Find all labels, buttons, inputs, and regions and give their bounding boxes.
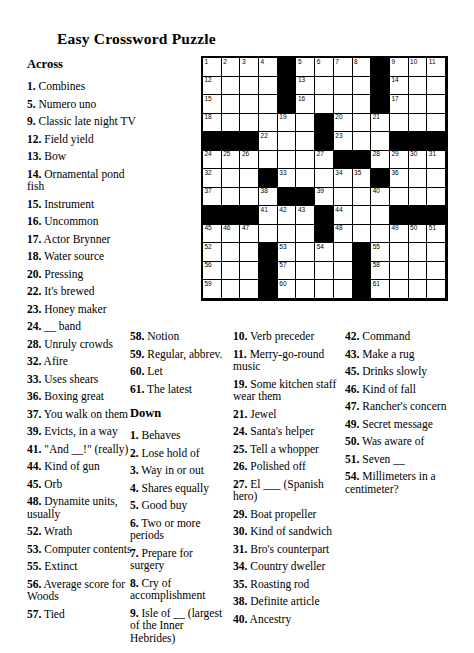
down-clues-list-2: 10. Verb preceder11. Merry-go-round musi… (233, 330, 341, 630)
clue-down-42: 42. Command (345, 330, 451, 343)
cell-r2c12[interactable] (409, 77, 428, 96)
cell-r6c1[interactable]: 24 (203, 151, 222, 170)
cell-r13c2[interactable] (222, 280, 241, 299)
cell-r6c4[interactable] (259, 151, 278, 170)
cell-r13c7[interactable] (315, 280, 334, 299)
cell-number: 58 (373, 262, 380, 269)
cell-r7c9[interactable]: 35 (353, 169, 372, 188)
cell-r3c7[interactable] (315, 95, 334, 114)
across-header: Across (27, 57, 137, 72)
cell-r2c7[interactable] (315, 77, 334, 96)
cell-r4c3[interactable] (240, 114, 259, 133)
cell-r8c13[interactable] (427, 188, 446, 207)
cell-r3c1[interactable]: 15 (203, 95, 222, 114)
cell-r12c9 (353, 262, 372, 281)
cell-number: 46 (223, 225, 230, 232)
cell-r1c4[interactable]: 4 (259, 58, 278, 77)
cell-r2c2[interactable] (222, 77, 241, 96)
cell-r4c7 (315, 114, 334, 133)
cell-r4c11[interactable] (390, 114, 409, 133)
cell-r13c6[interactable] (296, 280, 315, 299)
clue-across-9: 9. Classic late night TV (27, 115, 137, 128)
clue-down-26: 26. Polished off (233, 460, 341, 473)
cell-r9c4[interactable]: 41 (259, 206, 278, 225)
clue-across-59: 59. Regular, abbrev. (130, 348, 227, 361)
cell-r6c10[interactable]: 28 (371, 151, 390, 170)
clue-down-50: 50. Was aware of (345, 435, 451, 448)
cell-r9c1 (203, 206, 222, 225)
cell-r6c7[interactable]: 27 (315, 151, 334, 170)
cell-r4c8[interactable]: 20 (334, 114, 353, 133)
cell-r2c8[interactable] (334, 77, 353, 96)
cell-r12c4 (259, 262, 278, 281)
cell-number: 40 (373, 188, 380, 195)
cell-r5c4[interactable]: 22 (259, 132, 278, 151)
cell-number: 57 (279, 262, 286, 269)
cell-r3c3[interactable] (240, 95, 259, 114)
cell-number: 39 (317, 188, 324, 195)
cell-r3c12[interactable] (409, 95, 428, 114)
cell-r12c12[interactable] (409, 262, 428, 281)
cell-r4c13[interactable] (427, 114, 446, 133)
cell-r2c5 (278, 77, 297, 96)
cell-r10c8[interactable]: 48 (334, 225, 353, 244)
cell-number: 32 (205, 170, 212, 177)
cell-number: 44 (335, 207, 342, 214)
cell-r12c3[interactable] (240, 262, 259, 281)
cell-r11c12[interactable] (409, 243, 428, 262)
cell-r11c1[interactable]: 52 (203, 243, 222, 262)
cell-r9c12 (409, 206, 428, 225)
cell-number: 20 (335, 114, 342, 121)
cell-r1c10 (371, 58, 390, 77)
cell-number: 42 (279, 207, 286, 214)
cell-number: 1 (205, 59, 209, 66)
cell-number: 6 (317, 59, 321, 66)
cell-r6c2[interactable]: 25 (222, 151, 241, 170)
clue-across-61: 61. The latest (130, 383, 227, 396)
cell-r5c2 (222, 132, 241, 151)
cell-r2c6[interactable]: 13 (296, 77, 315, 96)
clue-down-2: 2. Lose hold of (130, 447, 227, 460)
cell-r4c4[interactable] (259, 114, 278, 133)
cell-r3c10 (371, 95, 390, 114)
clue-down-21: 21. Jewel (233, 408, 341, 421)
clue-across-57: 57. Tied (27, 608, 137, 621)
clue-across-58: 58. Notion (130, 330, 227, 343)
cell-number: 28 (373, 151, 380, 158)
cell-r8c7[interactable]: 39 (315, 188, 334, 207)
clue-down-6: 6. Two or more periods (130, 517, 227, 542)
cell-r9c8[interactable]: 44 (334, 206, 353, 225)
cell-r3c2[interactable] (222, 95, 241, 114)
cell-r10c12[interactable]: 50 (409, 225, 428, 244)
clue-across-41: 41. "And __!" (really) (27, 443, 137, 456)
cell-r12c1[interactable]: 56 (203, 262, 222, 281)
cell-number: 37 (205, 188, 212, 195)
clue-across-23: 23. Honey maker (27, 303, 137, 316)
clue-across-56: 56. Average score for Woods (27, 578, 137, 603)
cell-number: 22 (261, 133, 268, 140)
page-title: Easy Crossword Puzzle (57, 30, 216, 48)
cell-number: 4 (261, 59, 265, 66)
cell-r5c7 (315, 132, 334, 151)
across-clues-column: Across 1. Combines5. Numero uno9. Classi… (27, 57, 137, 625)
cell-r12c5[interactable]: 57 (278, 262, 297, 281)
clue-down-51: 51. Seven __ (345, 453, 451, 466)
cell-number: 7 (335, 59, 339, 66)
cell-r7c10 (371, 169, 390, 188)
cell-r6c12[interactable]: 30 (409, 151, 428, 170)
cell-r11c7[interactable]: 54 (315, 243, 334, 262)
cell-r13c8[interactable] (334, 280, 353, 299)
cell-r2c10 (371, 77, 390, 96)
cell-number: 61 (373, 281, 380, 288)
cell-r11c4 (259, 243, 278, 262)
cell-r8c1[interactable]: 37 (203, 188, 222, 207)
cell-r1c5 (278, 58, 297, 77)
cell-number: 16 (298, 96, 305, 103)
cell-r8c6 (296, 188, 315, 207)
cell-r4c12[interactable] (409, 114, 428, 133)
cell-r11c2[interactable] (222, 243, 241, 262)
clue-across-60: 60. Let (130, 365, 227, 378)
cell-r9c6[interactable]: 43 (296, 206, 315, 225)
clue-down-29: 29. Boat propeller (233, 508, 341, 521)
cell-r9c11 (390, 206, 409, 225)
cell-number: 53 (279, 244, 286, 251)
cell-r1c9[interactable]: 8 (353, 58, 372, 77)
cell-r7c13[interactable] (427, 169, 446, 188)
cell-number: 25 (223, 151, 230, 158)
cell-number: 17 (391, 96, 398, 103)
cell-r13c12[interactable] (409, 280, 428, 299)
clue-down-49: 49. Secret message (345, 418, 451, 431)
cell-number: 23 (335, 133, 342, 140)
cell-r11c11[interactable] (390, 243, 409, 262)
clue-across-37: 37. You walk on them (27, 408, 137, 421)
cell-r8c3[interactable] (240, 188, 259, 207)
cell-r10c4[interactable] (259, 225, 278, 244)
cell-r2c13[interactable] (427, 77, 446, 96)
clue-across-22: 22. It's brewed (27, 285, 137, 298)
crossword-grid: 1234567891011121314151617181920212223242… (201, 56, 448, 301)
cell-r3c11[interactable]: 17 (390, 95, 409, 114)
cell-r13c13[interactable] (427, 280, 446, 299)
cell-number: 21 (373, 114, 380, 121)
cell-r1c11[interactable]: 9 (390, 58, 409, 77)
cell-r3c4[interactable] (259, 95, 278, 114)
cell-r5c10[interactable] (371, 132, 390, 151)
clue-across-12: 12. Field yield (27, 133, 137, 146)
cell-r13c11[interactable] (390, 280, 409, 299)
cell-r12c2[interactable] (222, 262, 241, 281)
cell-r5c6[interactable] (296, 132, 315, 151)
cell-r9c3 (240, 206, 259, 225)
cell-r13c1[interactable]: 59 (203, 280, 222, 299)
cell-number: 13 (298, 77, 305, 84)
cell-r13c4 (259, 280, 278, 299)
cell-r1c3[interactable]: 3 (240, 58, 259, 77)
clue-down-46: 46. Kind of fall (345, 383, 451, 396)
cell-r3c13[interactable] (427, 95, 446, 114)
clue-down-45: 45. Drinks slowly (345, 365, 451, 378)
cell-r7c3[interactable] (240, 169, 259, 188)
cell-r7c2[interactable] (222, 169, 241, 188)
cell-r1c1[interactable]: 1 (203, 58, 222, 77)
cell-number: 33 (279, 170, 286, 177)
cell-r12c13[interactable] (427, 262, 446, 281)
clue-down-54: 54. Millimeters in a centimeter? (345, 470, 451, 495)
cell-number: 14 (391, 77, 398, 84)
cell-r4c2[interactable] (222, 114, 241, 133)
clue-down-34: 34. Country dweller (233, 560, 341, 573)
cell-r3c8[interactable] (334, 95, 353, 114)
cell-number: 47 (242, 225, 249, 232)
cell-r7c6[interactable] (296, 169, 315, 188)
cell-r13c9 (353, 280, 372, 299)
cell-r10c2[interactable]: 46 (222, 225, 241, 244)
cell-r7c8[interactable]: 34 (334, 169, 353, 188)
cell-number: 52 (205, 244, 212, 251)
cell-r4c6[interactable] (296, 114, 315, 133)
cell-r5c11 (390, 132, 409, 151)
cell-r10c7 (315, 225, 334, 244)
cell-r4c9[interactable] (353, 114, 372, 133)
clue-down-4: 4. Shares equally (130, 482, 227, 495)
cell-r12c10[interactable]: 58 (371, 262, 390, 281)
cell-r10c5[interactable] (278, 225, 297, 244)
clue-across-13: 13. Bow (27, 150, 137, 163)
cell-number: 54 (317, 244, 324, 251)
cell-r8c4[interactable]: 38 (259, 188, 278, 207)
cell-r2c4[interactable] (259, 77, 278, 96)
cell-r3c5 (278, 95, 297, 114)
clue-across-48: 48. Dynamite units, usually (27, 495, 137, 520)
clue-down-7: 7. Prepare for surgery (130, 547, 227, 572)
cell-r11c10[interactable]: 55 (371, 243, 390, 262)
clue-down-35: 35. Roasting rod (233, 578, 341, 591)
cell-r13c5[interactable]: 60 (278, 280, 297, 299)
cell-number: 19 (279, 114, 286, 121)
cell-r11c9 (353, 243, 372, 262)
clue-down-9: 9. Isle of __ (largest of the Inner Hebr… (130, 607, 227, 645)
cell-r11c5[interactable]: 53 (278, 243, 297, 262)
cell-r9c10[interactable] (371, 206, 390, 225)
cell-number: 10 (410, 59, 417, 66)
cell-r6c8 (334, 151, 353, 170)
cell-r12c6[interactable] (296, 262, 315, 281)
cell-r10c11[interactable]: 49 (390, 225, 409, 244)
clue-down-40: 40. Ancestry (233, 613, 341, 626)
cell-r4c1[interactable]: 18 (203, 114, 222, 133)
cell-number: 12 (205, 77, 212, 84)
cell-r5c5[interactable] (278, 132, 297, 151)
cell-number: 29 (391, 151, 398, 158)
clue-across-44: 44. Kind of gun (27, 460, 137, 473)
cell-number: 48 (335, 225, 342, 232)
cell-r10c3[interactable]: 47 (240, 225, 259, 244)
cell-r8c2[interactable] (222, 188, 241, 207)
cell-r8c9[interactable] (353, 188, 372, 207)
cell-number: 5 (298, 59, 302, 66)
cell-number: 8 (354, 59, 358, 66)
clue-across-1: 1. Combines (27, 80, 137, 93)
clue-down-24: 24. Santa's helper (233, 425, 341, 438)
cell-number: 59 (205, 281, 212, 288)
cell-r5c8[interactable]: 23 (334, 132, 353, 151)
cell-r8c10[interactable]: 40 (371, 188, 390, 207)
cell-r7c4 (259, 169, 278, 188)
cell-number: 11 (429, 59, 436, 66)
cell-r1c13[interactable]: 11 (427, 58, 446, 77)
cell-number: 26 (242, 151, 249, 158)
across-clues-list: 1. Combines5. Numero uno9. Classic late … (27, 80, 137, 620)
cell-r9c2 (222, 206, 241, 225)
cell-r12c11[interactable] (390, 262, 409, 281)
cell-r2c11[interactable]: 14 (390, 77, 409, 96)
cell-number: 56 (205, 262, 212, 269)
cell-r8c12[interactable] (409, 188, 428, 207)
cell-r2c9[interactable] (353, 77, 372, 96)
cell-number: 60 (279, 281, 286, 288)
cell-r7c7[interactable] (315, 169, 334, 188)
clue-across-28: 28. Unruly crowds (27, 338, 137, 351)
cell-r7c5[interactable]: 33 (278, 169, 297, 188)
cell-number: 3 (242, 59, 246, 66)
cell-r3c9[interactable] (353, 95, 372, 114)
clue-down-47: 47. Rancher's concern (345, 400, 451, 413)
clue-down-8: 8. Cry of accomplishment (130, 577, 227, 602)
cell-r10c1[interactable]: 45 (203, 225, 222, 244)
clue-down-3: 3. Way in or out (130, 464, 227, 477)
crossword-page: Easy Crossword Puzzle 123456789101112131… (0, 0, 474, 653)
cell-r11c3[interactable] (240, 243, 259, 262)
clue-down-30: 30. Kind of sandwich (233, 525, 341, 538)
clue-down-27: 27. El ___ (Spanish hero) (233, 478, 341, 503)
clue-across-20: 20. Pressing (27, 268, 137, 281)
clue-down-19: 19. Some kitchen staff wear them (233, 378, 341, 403)
clue-across-36: 36. Boxing great (27, 390, 137, 403)
cell-r5c12 (409, 132, 428, 151)
clue-across-53: 53. Computer contents (27, 543, 137, 556)
across-clues-list-continued: 58. Notion59. Regular, abbrev.60. Let61.… (130, 330, 227, 395)
cell-number: 30 (410, 151, 417, 158)
cell-r9c7 (315, 206, 334, 225)
cell-r6c5[interactable] (278, 151, 297, 170)
cell-number: 51 (429, 225, 436, 232)
cell-r13c3[interactable] (240, 280, 259, 299)
cell-r5c13 (427, 132, 446, 151)
clue-across-32: 32. Afire (27, 355, 137, 368)
cell-r12c8[interactable] (334, 262, 353, 281)
cell-r6c3[interactable]: 26 (240, 151, 259, 170)
cell-r8c8[interactable] (334, 188, 353, 207)
cell-number: 55 (373, 244, 380, 251)
clue-across-55: 55. Extinct (27, 560, 137, 573)
cell-r11c6[interactable] (296, 243, 315, 262)
cell-r6c6[interactable] (296, 151, 315, 170)
cell-number: 24 (205, 151, 212, 158)
across-continued-and-down-column: 58. Notion59. Regular, abbrev.60. Let61.… (130, 330, 227, 649)
cell-r6c11[interactable]: 29 (390, 151, 409, 170)
cell-r8c5 (278, 188, 297, 207)
clue-down-43: 43. Make a rug (345, 348, 451, 361)
cell-number: 38 (261, 188, 268, 195)
down-header: Down (130, 406, 227, 421)
clue-across-39: 39. Evicts, in a way (27, 425, 137, 438)
clue-down-38: 38. Definite article (233, 595, 341, 608)
cell-r3c6[interactable]: 16 (296, 95, 315, 114)
cell-r4c5[interactable]: 19 (278, 114, 297, 133)
cell-r5c1 (203, 132, 222, 151)
cell-number: 50 (410, 225, 417, 232)
down-clues-list-1: 1. Behaves2. Lose hold of3. Way in or ou… (130, 429, 227, 644)
cell-r11c13[interactable] (427, 243, 446, 262)
clue-across-45: 45. Orb (27, 478, 137, 491)
cell-r11c8[interactable] (334, 243, 353, 262)
cell-r5c3 (240, 132, 259, 151)
clue-down-1: 1. Behaves (130, 429, 227, 442)
cell-r4c10[interactable]: 21 (371, 114, 390, 133)
cell-r9c9[interactable] (353, 206, 372, 225)
cell-number: 49 (391, 225, 398, 232)
cell-number: 34 (335, 170, 342, 177)
cell-number: 9 (391, 59, 395, 66)
clue-across-16: 16. Uncommon (27, 215, 137, 228)
cell-number: 43 (298, 207, 305, 214)
cell-number: 15 (205, 96, 212, 103)
cell-r7c12[interactable] (409, 169, 428, 188)
clue-across-18: 18. Water source (27, 250, 137, 263)
cell-number: 45 (205, 225, 212, 232)
cell-r10c9[interactable] (353, 225, 372, 244)
cell-r9c5[interactable]: 42 (278, 206, 297, 225)
clue-down-11: 11. Merry-go-round music (233, 348, 341, 373)
clue-across-24: 24. __ band (27, 320, 137, 333)
cell-r10c6[interactable] (296, 225, 315, 244)
cell-r1c8[interactable]: 7 (334, 58, 353, 77)
clue-down-10: 10. Verb preceder (233, 330, 341, 343)
cell-r10c10[interactable] (371, 225, 390, 244)
cell-number: 36 (391, 170, 398, 177)
cell-r1c7[interactable]: 6 (315, 58, 334, 77)
clue-down-5: 5. Good buy (130, 499, 227, 512)
clue-across-52: 52. Wrath (27, 525, 137, 538)
cell-r7c11[interactable]: 36 (390, 169, 409, 188)
cell-r2c3[interactable] (240, 77, 259, 96)
cell-r8c11[interactable] (390, 188, 409, 207)
cell-r1c6[interactable]: 5 (296, 58, 315, 77)
clue-down-31: 31. Bro's counterpart (233, 543, 341, 556)
cell-number: 2 (223, 59, 227, 66)
cell-r5c9[interactable] (353, 132, 372, 151)
cell-number: 35 (354, 170, 361, 177)
cell-r1c12[interactable]: 10 (409, 58, 428, 77)
cell-r6c13[interactable]: 31 (427, 151, 446, 170)
clue-across-14: 14. Ornamental pond fish (27, 168, 137, 193)
clue-across-17: 17. Actor Brynner (27, 233, 137, 246)
clue-down-25: 25. Tell a whopper (233, 443, 341, 456)
cell-r13c10[interactable]: 61 (371, 280, 390, 299)
clue-across-15: 15. Instrument (27, 198, 137, 211)
cell-r7c1[interactable]: 32 (203, 169, 222, 188)
cell-r12c7[interactable] (315, 262, 334, 281)
clue-across-5: 5. Numero uno (27, 98, 137, 111)
cell-r1c2[interactable]: 2 (222, 58, 241, 77)
cell-r2c1[interactable]: 12 (203, 77, 222, 96)
cell-r10c13[interactable]: 51 (427, 225, 446, 244)
